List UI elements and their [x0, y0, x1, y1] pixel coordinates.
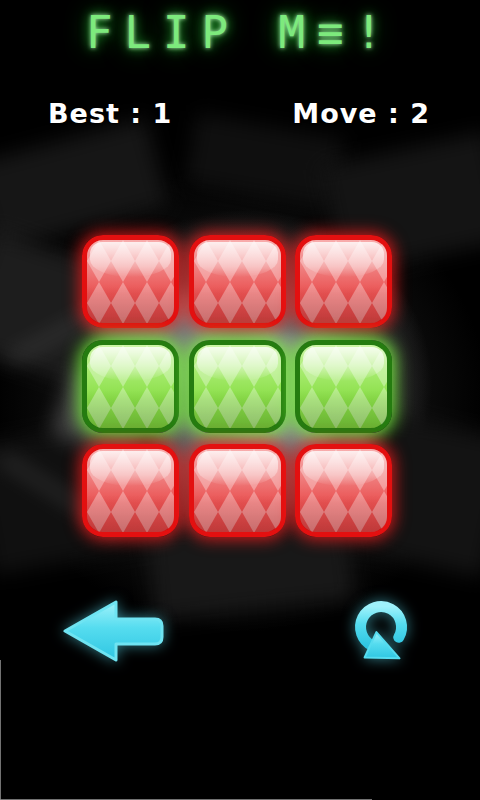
move-count-label: Move : 2 [292, 99, 430, 129]
tile-argyle-pattern [87, 449, 174, 532]
tile-r2c1-green[interactable] [82, 340, 179, 433]
game-title: FLIP M≡! [0, 6, 480, 59]
tile-argyle-pattern [87, 240, 174, 323]
tile-gloss-highlight [197, 242, 278, 277]
tile-r1c3-red[interactable] [295, 235, 392, 328]
tile-bottom-shade [300, 286, 387, 323]
best-score-label: Best : 1 [48, 99, 172, 129]
tile-bottom-shade [87, 286, 174, 323]
tile-argyle-pattern [300, 345, 387, 428]
tile-argyle-pattern [87, 345, 174, 428]
game-screen: FLIP M≡! Best : 1 Move : 2 [0, 0, 480, 800]
tile-gloss-highlight [90, 451, 171, 486]
tile-r3c2-red[interactable] [189, 444, 286, 537]
reset-arrow-icon [350, 596, 416, 666]
tile-bottom-shade [87, 495, 174, 532]
tile-argyle-pattern [194, 240, 281, 323]
tile-argyle-pattern [300, 449, 387, 532]
tile-gloss-highlight [197, 451, 278, 486]
tile-r1c1-red[interactable] [82, 235, 179, 328]
back-button[interactable] [62, 600, 166, 662]
tile-bottom-shade [87, 390, 174, 427]
back-arrow-icon [62, 600, 166, 662]
tile-gloss-highlight [90, 242, 171, 277]
tile-r1c2-red[interactable] [189, 235, 286, 328]
tile-bottom-shade [194, 495, 281, 532]
tile-argyle-pattern [194, 449, 281, 532]
tile-bottom-shade [300, 390, 387, 427]
tile-gloss-highlight [303, 242, 384, 277]
tile-bottom-shade [300, 495, 387, 532]
tile-gloss-highlight [303, 451, 384, 486]
board-grid [82, 235, 392, 537]
tile-gloss-highlight [197, 347, 278, 382]
tile-r2c3-green[interactable] [295, 340, 392, 433]
stats-row: Best : 1 Move : 2 [0, 99, 480, 129]
reset-button[interactable] [350, 596, 416, 666]
tile-r3c3-red[interactable] [295, 444, 392, 537]
tile-r3c1-red[interactable] [82, 444, 179, 537]
tile-argyle-pattern [194, 345, 281, 428]
tile-bottom-shade [194, 390, 281, 427]
tile-argyle-pattern [300, 240, 387, 323]
tile-r2c2-green[interactable] [189, 340, 286, 433]
background-cube [0, 118, 169, 252]
screen-edge-artifact-left [0, 660, 1, 800]
tile-bottom-shade [194, 286, 281, 323]
